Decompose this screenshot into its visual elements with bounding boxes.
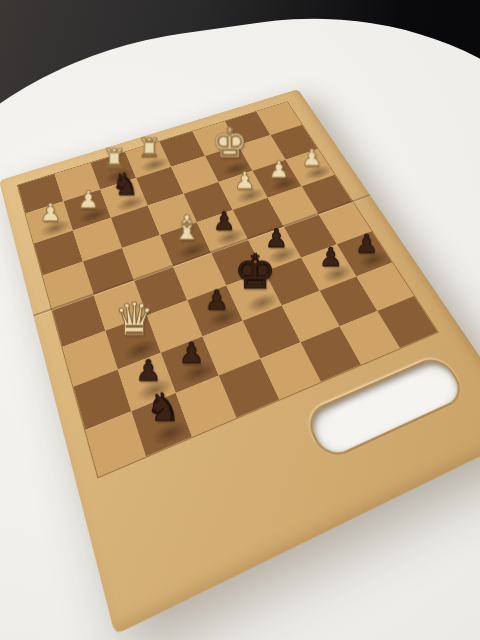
square-g5 [268, 186, 319, 227]
pawn-glyph: ♟ [354, 230, 377, 256]
square-d5 [160, 222, 211, 266]
rook-glyph: ♜ [102, 145, 126, 172]
piece-shadow [318, 261, 357, 287]
square-f7 [205, 145, 252, 182]
square-e7 [171, 156, 218, 194]
king-glyph: ♚ [211, 122, 248, 163]
piece-shadow [137, 154, 171, 174]
photo-scene: ♜♜♟♟♞♚♟♟♟♝♟♟♛♟♚♟♟♟♟♞ [0, 0, 480, 640]
square-h3 [337, 231, 392, 276]
board-wrapper: ♜♜♟♟♞♚♟♟♟♝♟♟♛♟♚♟♟♟♟♞ [0, 0, 480, 640]
piece-shadow [300, 162, 335, 183]
square-a7 [26, 201, 73, 243]
pawn-glyph: ♟ [318, 244, 341, 270]
square-h6 [286, 149, 335, 186]
pawn-glyph: ♟ [212, 208, 234, 233]
pawn-glyph: ♟ [135, 356, 161, 385]
square-b6 [73, 218, 122, 262]
piece-shadow [75, 204, 111, 227]
square-g7 [238, 135, 285, 171]
square-c6 [111, 206, 160, 249]
square-f5 [233, 198, 284, 240]
pawn-glyph: ♟ [77, 188, 99, 212]
square-f6 [219, 171, 268, 210]
pawn-glyph: ♟ [233, 168, 254, 192]
square-c7 [100, 178, 147, 218]
piece-shadow [113, 192, 148, 214]
piece-shadow [232, 185, 267, 207]
square-c8 [91, 152, 137, 189]
square-b8 [55, 163, 101, 201]
square-h8 [256, 102, 302, 135]
knight-glyph: ♞ [111, 168, 138, 198]
pawn-glyph: ♟ [301, 146, 322, 169]
bishop-glyph: ♝ [171, 211, 202, 245]
pawn-glyph: ♟ [268, 157, 289, 180]
chess-box: ♜♜♟♟♞♚♟♟♟♝♟♟♛♟♚♟♟♟♟♞ [0, 89, 480, 635]
piece-shadow [218, 158, 252, 179]
square-g8 [225, 112, 271, 146]
rook-glyph: ♜ [137, 135, 161, 161]
square-d6 [148, 194, 197, 235]
piece-shadow [37, 216, 73, 240]
queen-glyph: ♛ [113, 297, 153, 342]
piece-shadow [354, 247, 392, 272]
square-a8 [18, 174, 64, 213]
square-f8 [193, 121, 239, 156]
piece-shadow [267, 173, 302, 194]
pawn-glyph: ♟ [204, 286, 228, 313]
pawn-glyph: ♟ [39, 200, 61, 225]
piece-shadow [174, 238, 211, 263]
pawn-glyph: ♟ [178, 339, 204, 368]
square-a6 [34, 230, 83, 275]
square-g6 [253, 160, 302, 198]
square-g4 [284, 214, 337, 257]
square-h4 [319, 202, 372, 244]
knight-glyph: ♞ [145, 388, 179, 426]
square-h7 [271, 125, 318, 160]
square-e8 [159, 131, 205, 166]
square-b7 [64, 189, 111, 230]
square-e6 [184, 182, 233, 222]
piece-shadow [102, 165, 136, 186]
square-d7 [136, 167, 183, 206]
square-h5 [302, 175, 353, 215]
square-d8 [125, 142, 171, 178]
king-glyph: ♚ [233, 248, 275, 295]
